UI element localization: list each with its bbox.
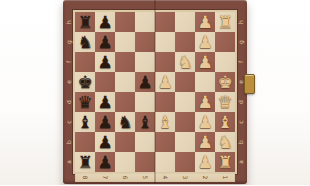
square-e5: ♟ (135, 72, 155, 92)
file-label-a: a (231, 157, 251, 167)
chess-board: ♜♟♟♜♞♟♟♟♞♟♚♟♟♚♛♟♟♛♝♟♞♝♝♟♝♟♟♞♜♟♟♜ 8765432… (63, 0, 247, 184)
square-c5: ♝ (135, 112, 155, 132)
square-d2: ♟ (195, 92, 215, 112)
square-g4 (155, 32, 175, 52)
square-b5 (135, 132, 155, 152)
square-f4 (155, 52, 175, 72)
black-knight: ♞ (115, 112, 135, 132)
file-label-b: b (231, 137, 251, 147)
square-b2: ♟ (195, 132, 215, 152)
file-label-g: g (59, 37, 79, 47)
square-e3 (175, 72, 195, 92)
white-pawn: ♟ (155, 72, 175, 92)
square-c2: ♟ (195, 112, 215, 132)
square-h7: ♟ (95, 12, 115, 32)
square-f5 (135, 52, 155, 72)
square-g6 (115, 32, 135, 52)
white-pawn: ♟ (195, 132, 215, 152)
file-labels-left: hgfedcba (64, 12, 74, 172)
rank-label-7: 7 (101, 168, 110, 186)
board-grid: ♜♟♟♜♞♟♟♟♞♟♚♟♟♚♛♟♟♛♝♟♞♝♝♟♝♟♟♞♜♟♟♜ (75, 12, 235, 172)
file-label-c: c (231, 117, 251, 127)
file-label-a: a (59, 157, 79, 167)
rank-label-4: 4 (161, 168, 170, 186)
square-b7: ♟ (95, 132, 115, 152)
black-pawn: ♟ (95, 112, 115, 132)
square-e4: ♟ (155, 72, 175, 92)
file-label-h: h (231, 17, 251, 27)
square-d4 (155, 92, 175, 112)
chess-set-photo: ♜♟♟♜♞♟♟♟♞♟♚♟♟♚♛♟♟♛♝♟♞♝♝♟♝♟♟♞♜♟♟♜ 8765432… (0, 0, 310, 185)
square-g3 (175, 32, 195, 52)
square-g5 (135, 32, 155, 52)
square-c4: ♝ (155, 112, 175, 132)
square-e2 (195, 72, 215, 92)
file-label-e: e (59, 77, 79, 87)
white-pawn: ♟ (195, 12, 215, 32)
white-pawn: ♟ (195, 52, 215, 72)
square-d5 (135, 92, 155, 112)
rank-label-6: 6 (121, 168, 130, 186)
square-f6 (115, 52, 135, 72)
file-label-h: h (59, 17, 79, 27)
square-d7: ♟ (95, 92, 115, 112)
black-pawn: ♟ (95, 12, 115, 32)
file-label-f: f (231, 57, 251, 67)
brass-clasp (244, 74, 255, 94)
white-pawn: ♟ (195, 92, 215, 112)
rank-label-5: 5 (141, 168, 150, 186)
white-pawn: ♟ (195, 112, 215, 132)
white-knight: ♞ (175, 52, 195, 72)
square-b6 (115, 132, 135, 152)
square-h5 (135, 12, 155, 32)
file-label-d: d (231, 97, 251, 107)
square-h4 (155, 12, 175, 32)
rank-label-3: 3 (181, 168, 190, 186)
square-d3 (175, 92, 195, 112)
square-c7: ♟ (95, 112, 115, 132)
square-c3 (175, 112, 195, 132)
file-label-c: c (59, 117, 79, 127)
file-label-g: g (231, 37, 251, 47)
black-pawn: ♟ (95, 92, 115, 112)
square-g7: ♟ (95, 32, 115, 52)
file-label-f: f (59, 57, 79, 67)
square-h2: ♟ (195, 12, 215, 32)
square-f7: ♟ (95, 52, 115, 72)
black-pawn: ♟ (95, 52, 115, 72)
square-h3 (175, 12, 195, 32)
file-label-d: d (59, 97, 79, 107)
white-pawn: ♟ (195, 32, 215, 52)
black-pawn: ♟ (135, 72, 155, 92)
black-pawn: ♟ (95, 32, 115, 52)
rank-label-1: 1 (221, 168, 230, 186)
square-e6 (115, 72, 135, 92)
square-f2: ♟ (195, 52, 215, 72)
white-bishop: ♝ (155, 112, 175, 132)
square-h6 (115, 12, 135, 32)
rank-label-2: 2 (201, 168, 210, 186)
square-c6: ♞ (115, 112, 135, 132)
square-g2: ♟ (195, 32, 215, 52)
square-f3: ♞ (175, 52, 195, 72)
rank-label-8: 8 (81, 168, 90, 186)
black-pawn: ♟ (95, 132, 115, 152)
square-b3 (175, 132, 195, 152)
rank-labels-bottom: 87654321 (75, 173, 235, 182)
square-d6 (115, 92, 135, 112)
square-e7 (95, 72, 115, 92)
black-bishop: ♝ (135, 112, 155, 132)
file-label-b: b (59, 137, 79, 147)
square-b4 (155, 132, 175, 152)
